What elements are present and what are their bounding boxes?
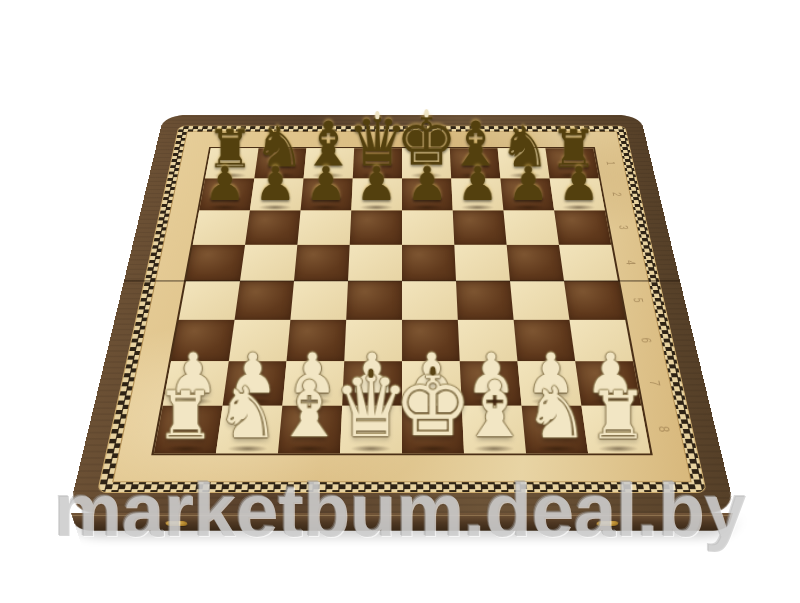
piece-black-pawn-c7: ♟ (305, 161, 347, 208)
piece-black-pawn-e7: ♟ (406, 161, 448, 208)
square-a7: ♟ (199, 178, 254, 210)
square-b1: ♞ (216, 406, 282, 454)
square-c7: ♟ (301, 178, 353, 210)
product-photo: 12345678 ♜♞♝♛♚♝♞♜♟♟♟♟♟♟♟♟♟♟♟♟♟♟♟♟♜♞♝♛♚♝♞… (0, 0, 800, 603)
playing-field: ♜♞♝♛♚♝♞♜♟♟♟♟♟♟♟♟♟♟♟♟♟♟♟♟♜♞♝♛♚♝♞♜ (154, 148, 650, 453)
board-edge (71, 513, 733, 531)
square-f1: ♝ (462, 406, 526, 454)
square-g7: ♟ (500, 178, 554, 210)
piece-white-rook-a1: ♜ (156, 382, 216, 448)
piece-black-pawn-g7: ♟ (507, 161, 549, 208)
edge-highlight (71, 515, 732, 516)
square-c5 (294, 245, 350, 281)
square-g1: ♞ (522, 406, 588, 454)
piece-black-pawn-a7: ♟ (204, 161, 246, 208)
rank-label: 3 (596, 220, 651, 235)
square-f6 (453, 211, 507, 245)
chess-board: 12345678 ♜♞♝♛♚♝♞♜♟♟♟♟♟♟♟♟♟♟♟♟♟♟♟♟♜♞♝♛♚♝♞… (68, 115, 735, 512)
square-a1: ♜ (154, 406, 223, 454)
square-g5 (507, 245, 564, 281)
piece-black-pawn-d7: ♟ (356, 161, 398, 208)
square-e1: ♚ (402, 406, 464, 454)
square-a6 (193, 211, 250, 245)
square-c6 (297, 211, 351, 245)
brass-clasp-left (165, 521, 187, 526)
square-f5 (454, 245, 510, 281)
rank-label: 1 (585, 156, 636, 169)
piece-black-pawn-b7: ♟ (255, 161, 297, 208)
square-e7: ♟ (402, 178, 453, 210)
square-b7: ♟ (250, 178, 304, 210)
square-e6 (402, 211, 454, 245)
square-e5 (402, 245, 456, 281)
square-d5 (348, 245, 402, 281)
square-d6 (350, 211, 402, 245)
piece-white-rook-h1: ♜ (589, 382, 649, 448)
piece-white-bishop-f1: ♝ (460, 371, 530, 449)
square-d1: ♛ (340, 406, 402, 454)
square-b5 (240, 245, 297, 281)
rank-label: 2 (590, 187, 643, 201)
chess-board-scene: 12345678 ♜♞♝♛♚♝♞♜♟♟♟♟♟♟♟♟♟♟♟♟♟♟♟♟♜♞♝♛♚♝♞… (124, 3, 680, 559)
square-d7: ♟ (351, 178, 402, 210)
square-f7: ♟ (451, 178, 503, 210)
brass-clasp-right (596, 521, 618, 526)
square-a5 (186, 245, 245, 281)
square-g6 (503, 211, 558, 245)
piece-black-pawn-f7: ♟ (457, 161, 499, 208)
piece-white-knight-b1: ♞ (216, 378, 280, 449)
rank-label: 4 (602, 255, 658, 271)
square-b6 (245, 211, 300, 245)
piece-white-knight-g1: ♞ (525, 378, 589, 449)
square-h1: ♜ (581, 406, 650, 454)
